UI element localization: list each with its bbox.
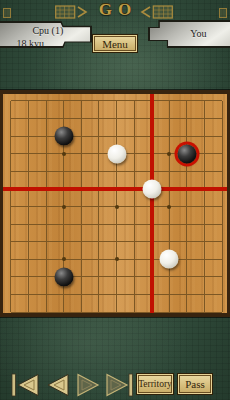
board-intersection[interactable] (3, 110, 20, 128)
board-intersection[interactable] (108, 303, 126, 313)
board-intersection[interactable] (3, 145, 20, 163)
board-intersection[interactable] (37, 286, 55, 304)
menu-button[interactable]: Menu (92, 34, 138, 53)
board-intersection[interactable] (108, 94, 126, 110)
board-intersection[interactable] (20, 180, 38, 198)
board-intersection[interactable] (178, 180, 196, 198)
go-board (0, 90, 230, 317)
board-intersection[interactable] (196, 233, 214, 251)
board-intersection[interactable] (37, 233, 55, 251)
board-intersection[interactable] (161, 233, 179, 251)
board-intersection[interactable] (125, 110, 143, 128)
board-intersection[interactable] (3, 215, 20, 233)
board-intersection[interactable] (196, 251, 214, 269)
board-intersection[interactable] (108, 286, 126, 304)
board-intersection[interactable] (72, 127, 90, 145)
board-intersection[interactable] (72, 268, 90, 286)
star-point (115, 205, 119, 209)
board-intersection[interactable] (213, 251, 227, 269)
board-intersection[interactable] (72, 162, 90, 180)
star-point (62, 205, 66, 209)
board-intersection[interactable] (143, 251, 161, 269)
board-intersection[interactable] (143, 233, 161, 251)
cpu-player-label: Cpu (1) (9, 23, 87, 36)
board-intersection[interactable] (161, 215, 179, 233)
board-intersection[interactable] (20, 162, 38, 180)
board-intersection[interactable] (90, 145, 108, 163)
board-intersection[interactable] (72, 94, 90, 110)
skip-to-end-button (104, 373, 134, 397)
board-intersection[interactable] (213, 215, 227, 233)
board-intersection[interactable] (37, 198, 55, 216)
board-intersection[interactable] (143, 286, 161, 304)
board-intersection[interactable] (37, 303, 55, 313)
board-intersection[interactable] (20, 127, 38, 145)
board-intersection[interactable] (72, 233, 90, 251)
you-player-plaque: You (148, 20, 230, 48)
board-intersection[interactable] (3, 268, 20, 286)
board-intersection[interactable] (213, 94, 227, 110)
board-intersection[interactable] (178, 286, 196, 304)
board-intersection[interactable] (108, 127, 126, 145)
board-intersection[interactable] (108, 233, 126, 251)
board-intersection[interactable] (20, 198, 38, 216)
board-intersection[interactable] (143, 110, 161, 128)
board-intersection[interactable] (196, 162, 214, 180)
board-intersection[interactable] (55, 180, 73, 198)
board-intersection[interactable] (90, 94, 108, 110)
step-back-icon (44, 373, 70, 397)
black-stone (54, 127, 73, 146)
board-intersection[interactable] (72, 145, 90, 163)
board-intersection[interactable] (213, 198, 227, 216)
board-intersection[interactable] (3, 127, 20, 145)
board-intersection[interactable] (143, 303, 161, 313)
board-intersection[interactable] (213, 127, 227, 145)
board-intersection[interactable] (178, 215, 196, 233)
board-intersection[interactable] (178, 233, 196, 251)
board-intersection[interactable] (90, 180, 108, 198)
board-intersection[interactable] (143, 268, 161, 286)
board-intersection[interactable] (37, 162, 55, 180)
step-back-button[interactable] (44, 373, 70, 397)
black-stone (54, 267, 73, 286)
board-intersection[interactable] (178, 268, 196, 286)
star-point (115, 257, 119, 261)
board-intersection[interactable] (20, 233, 38, 251)
board-intersection[interactable] (55, 233, 73, 251)
territory-button[interactable]: Territory (136, 373, 174, 395)
board-intersection[interactable] (161, 110, 179, 128)
board-wood (3, 94, 227, 313)
board-intersection[interactable] (90, 233, 108, 251)
board-intersection[interactable] (55, 215, 73, 233)
board-intersection[interactable] (125, 251, 143, 269)
board-intersection[interactable] (161, 162, 179, 180)
app-screen: GO Cpu (1) 18 kyu You Menu (0, 0, 230, 400)
board-intersection[interactable] (20, 145, 38, 163)
board-intersection[interactable] (178, 127, 196, 145)
board-intersection[interactable] (108, 215, 126, 233)
step-forward-icon (76, 373, 102, 397)
board-intersection[interactable] (125, 233, 143, 251)
board-intersection[interactable] (125, 162, 143, 180)
board-intersection[interactable] (178, 251, 196, 269)
board-intersection[interactable] (90, 162, 108, 180)
board-intersection[interactable] (196, 180, 214, 198)
board-intersection[interactable] (3, 162, 20, 180)
board-intersection[interactable] (37, 215, 55, 233)
board-intersection[interactable] (161, 268, 179, 286)
board-intersection[interactable] (90, 286, 108, 304)
board-intersection[interactable] (125, 145, 143, 163)
star-point (62, 257, 66, 261)
board-intersection[interactable] (20, 251, 38, 269)
board-intersection[interactable] (90, 198, 108, 216)
board-intersection[interactable] (72, 251, 90, 269)
board-intersection[interactable] (161, 303, 179, 313)
board-intersection[interactable] (55, 110, 73, 128)
board-intersection[interactable] (213, 162, 227, 180)
board-intersection[interactable] (125, 215, 143, 233)
board-intersection[interactable] (125, 127, 143, 145)
board-intersection[interactable] (72, 180, 90, 198)
board-intersection[interactable] (161, 127, 179, 145)
board-intersection[interactable] (72, 286, 90, 304)
board-intersection[interactable] (3, 94, 20, 110)
board-intersection[interactable] (20, 94, 38, 110)
board-intersection[interactable] (178, 162, 196, 180)
board-intersection[interactable] (196, 286, 214, 304)
board-intersection[interactable] (213, 268, 227, 286)
cpu-player-plaque: Cpu (1) 18 kyu (0, 21, 94, 48)
board-intersection[interactable] (143, 94, 161, 110)
board-intersection[interactable] (90, 215, 108, 233)
star-point (62, 152, 66, 156)
board-intersection[interactable] (37, 94, 55, 110)
board-intersection[interactable] (213, 233, 227, 251)
board-intersection[interactable] (161, 286, 179, 304)
board-grid (3, 94, 227, 313)
board-intersection[interactable] (196, 215, 214, 233)
board-intersection[interactable] (72, 110, 90, 128)
white-stone (107, 144, 126, 163)
board-intersection[interactable] (20, 286, 38, 304)
star-point (167, 152, 171, 156)
board-intersection[interactable] (37, 145, 55, 163)
app-title: GO (0, 0, 230, 20)
board-intersection[interactable] (213, 303, 227, 313)
black-stone (177, 144, 196, 163)
board-intersection[interactable] (143, 198, 161, 216)
board-intersection[interactable] (72, 198, 90, 216)
board-intersection[interactable] (196, 198, 214, 216)
board-intersection[interactable] (20, 110, 38, 128)
board-intersection[interactable] (90, 303, 108, 313)
board-intersection[interactable] (55, 162, 73, 180)
board-intersection[interactable] (3, 233, 20, 251)
board-intersection[interactable] (108, 180, 126, 198)
board-intersection[interactable] (178, 303, 196, 313)
board-intersection[interactable] (20, 303, 38, 313)
board-intersection[interactable] (37, 110, 55, 128)
you-plaque-face: You (150, 22, 230, 46)
board-intersection[interactable] (213, 145, 227, 163)
board-intersection[interactable] (213, 286, 227, 304)
step-forward-button (76, 373, 102, 397)
board-intersection[interactable] (196, 303, 214, 313)
board-intersection[interactable] (37, 268, 55, 286)
board-intersection[interactable] (90, 127, 108, 145)
board-intersection[interactable] (125, 286, 143, 304)
board-intersection[interactable] (178, 198, 196, 216)
board-intersection[interactable] (213, 110, 227, 128)
board-intersection[interactable] (178, 110, 196, 128)
board-intersection[interactable] (178, 94, 196, 110)
board-intersection[interactable] (125, 268, 143, 286)
board-intersection[interactable] (196, 268, 214, 286)
skip-to-start-button[interactable] (11, 373, 41, 397)
board-intersection[interactable] (20, 268, 38, 286)
board-intersection[interactable] (125, 198, 143, 216)
board-intersection[interactable] (108, 162, 126, 180)
board-intersection[interactable] (55, 286, 73, 304)
star-point (167, 205, 171, 209)
board-intersection[interactable] (143, 162, 161, 180)
board-intersection[interactable] (90, 110, 108, 128)
pass-button[interactable]: Pass (177, 373, 213, 395)
board-intersection[interactable] (37, 251, 55, 269)
board-intersection[interactable] (196, 145, 214, 163)
board-intersection[interactable] (108, 110, 126, 128)
board-intersection[interactable] (143, 145, 161, 163)
you-player-label: You (150, 22, 230, 39)
board-intersection[interactable] (3, 251, 20, 269)
board-intersection[interactable] (161, 94, 179, 110)
board-intersection[interactable] (161, 180, 179, 198)
board-intersection[interactable] (90, 268, 108, 286)
board-intersection[interactable] (90, 251, 108, 269)
board-intersection[interactable] (55, 303, 73, 313)
skip-to-start-icon (11, 373, 41, 397)
board-intersection[interactable] (55, 94, 73, 110)
white-stone (142, 179, 161, 198)
board-intersection[interactable] (3, 286, 20, 304)
board-intersection[interactable] (3, 180, 20, 198)
board-intersection[interactable] (3, 198, 20, 216)
board-intersection[interactable] (125, 180, 143, 198)
board-intersection[interactable] (125, 94, 143, 110)
skip-to-end-icon (104, 373, 134, 397)
white-stone (160, 250, 179, 269)
board-intersection[interactable] (196, 94, 214, 110)
board-intersection[interactable] (20, 215, 38, 233)
board-intersection[interactable] (143, 215, 161, 233)
board-intersection[interactable] (196, 110, 214, 128)
board-intersection[interactable] (143, 127, 161, 145)
board-intersection[interactable] (37, 127, 55, 145)
board-intersection[interactable] (125, 303, 143, 313)
board-intersection[interactable] (196, 127, 214, 145)
board-intersection[interactable] (213, 180, 227, 198)
board-intersection[interactable] (37, 180, 55, 198)
board-intersection[interactable] (3, 303, 20, 313)
board-intersection[interactable] (108, 268, 126, 286)
board-intersection[interactable] (72, 215, 90, 233)
board-intersection[interactable] (72, 303, 90, 313)
